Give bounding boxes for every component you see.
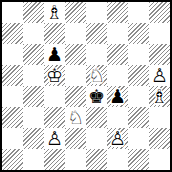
square-b2[interactable] <box>23 128 44 149</box>
square-c4[interactable] <box>44 86 65 107</box>
piece-glyph: ♙ <box>44 128 65 149</box>
square-e2[interactable] <box>86 128 107 149</box>
chess-board: ♝♗♟♟♚♔♞♘♟♙♚♚♟♟♝♗♞♘♟♙♟♙ <box>2 2 170 170</box>
square-d1[interactable] <box>65 149 86 170</box>
square-a1[interactable] <box>2 149 23 170</box>
square-h1[interactable] <box>149 149 170 170</box>
square-f1[interactable] <box>107 149 128 170</box>
square-d6[interactable] <box>65 44 86 65</box>
piece-white-bishop: ♝♗ <box>149 86 170 107</box>
piece-glyph: ♟ <box>107 86 128 107</box>
square-f2[interactable]: ♟♙ <box>107 128 128 149</box>
piece-black-king: ♚♚ <box>86 86 107 107</box>
square-a3[interactable] <box>2 107 23 128</box>
square-h4[interactable]: ♝♗ <box>149 86 170 107</box>
square-d3[interactable]: ♞♘ <box>65 107 86 128</box>
square-f5[interactable] <box>107 65 128 86</box>
square-b1[interactable] <box>23 149 44 170</box>
square-f7[interactable] <box>107 23 128 44</box>
square-d2[interactable] <box>65 128 86 149</box>
square-e8[interactable] <box>86 2 107 23</box>
board-frame: ♝♗♟♟♚♔♞♘♟♙♚♚♟♟♝♗♞♘♟♙♟♙ <box>0 0 172 172</box>
square-c2[interactable]: ♟♙ <box>44 128 65 149</box>
square-e5[interactable]: ♞♘ <box>86 65 107 86</box>
piece-black-pawn: ♟♟ <box>107 86 128 107</box>
square-b8[interactable] <box>23 2 44 23</box>
square-a6[interactable] <box>2 44 23 65</box>
square-g7[interactable] <box>128 23 149 44</box>
square-c7[interactable] <box>44 23 65 44</box>
square-d8[interactable] <box>65 2 86 23</box>
square-a8[interactable] <box>2 2 23 23</box>
square-f8[interactable] <box>107 2 128 23</box>
square-d7[interactable] <box>65 23 86 44</box>
square-g3[interactable] <box>128 107 149 128</box>
piece-glyph: ♚ <box>86 86 107 107</box>
square-g6[interactable] <box>128 44 149 65</box>
piece-glyph: ♗ <box>44 2 65 23</box>
square-b7[interactable] <box>23 23 44 44</box>
square-e7[interactable] <box>86 23 107 44</box>
square-h2[interactable] <box>149 128 170 149</box>
piece-glyph: ♔ <box>44 65 65 86</box>
square-f4[interactable]: ♟♟ <box>107 86 128 107</box>
square-b6[interactable] <box>23 44 44 65</box>
piece-white-knight: ♞♘ <box>86 65 107 86</box>
piece-glyph: ♟ <box>44 44 65 65</box>
square-c8[interactable]: ♝♗ <box>44 2 65 23</box>
square-h8[interactable] <box>149 2 170 23</box>
piece-white-knight: ♞♘ <box>65 107 86 128</box>
square-b5[interactable] <box>23 65 44 86</box>
square-d5[interactable] <box>65 65 86 86</box>
square-c3[interactable] <box>44 107 65 128</box>
square-e6[interactable] <box>86 44 107 65</box>
square-g5[interactable] <box>128 65 149 86</box>
square-a7[interactable] <box>2 23 23 44</box>
square-f6[interactable] <box>107 44 128 65</box>
piece-glyph: ♙ <box>149 65 170 86</box>
square-g1[interactable] <box>128 149 149 170</box>
piece-white-bishop: ♝♗ <box>44 2 65 23</box>
square-a2[interactable] <box>2 128 23 149</box>
square-g2[interactable] <box>128 128 149 149</box>
square-g8[interactable] <box>128 2 149 23</box>
square-g4[interactable] <box>128 86 149 107</box>
square-f3[interactable] <box>107 107 128 128</box>
square-e1[interactable] <box>86 149 107 170</box>
piece-white-king: ♚♔ <box>44 65 65 86</box>
square-b3[interactable] <box>23 107 44 128</box>
piece-glyph: ♙ <box>107 128 128 149</box>
square-c5[interactable]: ♚♔ <box>44 65 65 86</box>
piece-black-pawn: ♟♟ <box>44 44 65 65</box>
piece-white-pawn: ♟♙ <box>107 128 128 149</box>
square-c6[interactable]: ♟♟ <box>44 44 65 65</box>
piece-glyph: ♘ <box>86 65 107 86</box>
square-a5[interactable] <box>2 65 23 86</box>
piece-glyph: ♘ <box>65 107 86 128</box>
square-h3[interactable] <box>149 107 170 128</box>
square-h6[interactable] <box>149 44 170 65</box>
square-a4[interactable] <box>2 86 23 107</box>
piece-glyph: ♗ <box>149 86 170 107</box>
square-h7[interactable] <box>149 23 170 44</box>
square-e3[interactable] <box>86 107 107 128</box>
square-c1[interactable] <box>44 149 65 170</box>
square-d4[interactable] <box>65 86 86 107</box>
piece-white-pawn: ♟♙ <box>149 65 170 86</box>
square-h5[interactable]: ♟♙ <box>149 65 170 86</box>
square-b4[interactable] <box>23 86 44 107</box>
square-e4[interactable]: ♚♚ <box>86 86 107 107</box>
piece-white-pawn: ♟♙ <box>44 128 65 149</box>
